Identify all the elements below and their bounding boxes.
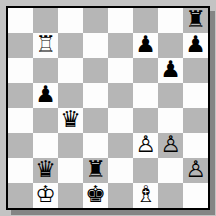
square-e4[interactable] (108, 108, 133, 133)
square-g2[interactable] (158, 158, 183, 183)
square-a2[interactable] (8, 158, 33, 183)
square-c4[interactable]: ♛ (58, 108, 83, 133)
square-b7[interactable]: ♖ (33, 33, 58, 58)
square-f2[interactable] (133, 158, 158, 183)
square-e6[interactable] (108, 58, 133, 83)
square-c8[interactable] (58, 8, 83, 33)
black-pawn-f7: ♟ (135, 32, 156, 57)
square-e8[interactable] (108, 8, 133, 33)
black-pawn-h7: ♟ (185, 32, 206, 57)
black-pawn-b5: ♟ (35, 82, 56, 107)
square-d1[interactable]: ♚ (83, 183, 108, 208)
square-b6[interactable] (33, 58, 58, 83)
black-pawn-g6: ♟ (160, 57, 181, 82)
square-d3[interactable] (83, 133, 108, 158)
square-h8[interactable]: ♜ (183, 8, 208, 33)
square-b2[interactable]: ♛ (33, 158, 58, 183)
square-d6[interactable] (83, 58, 108, 83)
square-g7[interactable] (158, 33, 183, 58)
square-f1[interactable]: ♗ (133, 183, 158, 208)
square-h2[interactable]: ♙ (183, 158, 208, 183)
square-d5[interactable] (83, 83, 108, 108)
square-d4[interactable] (83, 108, 108, 133)
square-b4[interactable] (33, 108, 58, 133)
white-pawn-f3: ♙ (135, 132, 156, 157)
square-c5[interactable] (58, 83, 83, 108)
square-h5[interactable] (183, 83, 208, 108)
black-rook-h8: ♜ (185, 7, 206, 32)
square-g6[interactable]: ♟ (158, 58, 183, 83)
square-a1[interactable] (8, 183, 33, 208)
square-b8[interactable] (33, 8, 58, 33)
square-a7[interactable] (8, 33, 33, 58)
square-g3[interactable]: ♙ (158, 133, 183, 158)
square-h1[interactable] (183, 183, 208, 208)
white-rook-b7: ♖ (35, 32, 56, 57)
black-king-d1: ♚ (85, 182, 106, 207)
square-e3[interactable] (108, 133, 133, 158)
square-a5[interactable] (8, 83, 33, 108)
square-h7[interactable]: ♟ (183, 33, 208, 58)
black-queen-b2: ♛ (35, 157, 56, 182)
square-c3[interactable] (58, 133, 83, 158)
square-f7[interactable]: ♟ (133, 33, 158, 58)
square-d7[interactable] (83, 33, 108, 58)
square-a4[interactable] (8, 108, 33, 133)
square-a8[interactable] (8, 8, 33, 33)
square-g4[interactable] (158, 108, 183, 133)
square-g1[interactable] (158, 183, 183, 208)
black-queen-c4: ♛ (60, 107, 81, 132)
square-g5[interactable] (158, 83, 183, 108)
chess-diagram: ♜♖♟♟♟♟♛♙♙♛♜♙♔♚♗ (0, 0, 216, 216)
square-c7[interactable] (58, 33, 83, 58)
square-f5[interactable] (133, 83, 158, 108)
square-e5[interactable] (108, 83, 133, 108)
square-a6[interactable] (8, 58, 33, 83)
white-pawn-h2: ♙ (185, 157, 206, 182)
square-f4[interactable] (133, 108, 158, 133)
square-g8[interactable] (158, 8, 183, 33)
square-h4[interactable] (183, 108, 208, 133)
black-rook-d2: ♜ (85, 157, 106, 182)
square-a3[interactable] (8, 133, 33, 158)
square-d2[interactable]: ♜ (83, 158, 108, 183)
square-c2[interactable] (58, 158, 83, 183)
square-c6[interactable] (58, 58, 83, 83)
square-f3[interactable]: ♙ (133, 133, 158, 158)
square-e7[interactable] (108, 33, 133, 58)
square-d8[interactable] (83, 8, 108, 33)
chess-board: ♜♖♟♟♟♟♛♙♙♛♜♙♔♚♗ (6, 6, 210, 210)
square-c1[interactable] (58, 183, 83, 208)
square-f8[interactable] (133, 8, 158, 33)
square-b3[interactable] (33, 133, 58, 158)
white-bishop-f1: ♗ (135, 182, 156, 207)
white-pawn-g3: ♙ (160, 132, 181, 157)
white-king-b1: ♔ (35, 182, 56, 207)
square-b1[interactable]: ♔ (33, 183, 58, 208)
square-h6[interactable] (183, 58, 208, 83)
square-e2[interactable] (108, 158, 133, 183)
square-e1[interactable] (108, 183, 133, 208)
square-h3[interactable] (183, 133, 208, 158)
square-b5[interactable]: ♟ (33, 83, 58, 108)
square-f6[interactable] (133, 58, 158, 83)
